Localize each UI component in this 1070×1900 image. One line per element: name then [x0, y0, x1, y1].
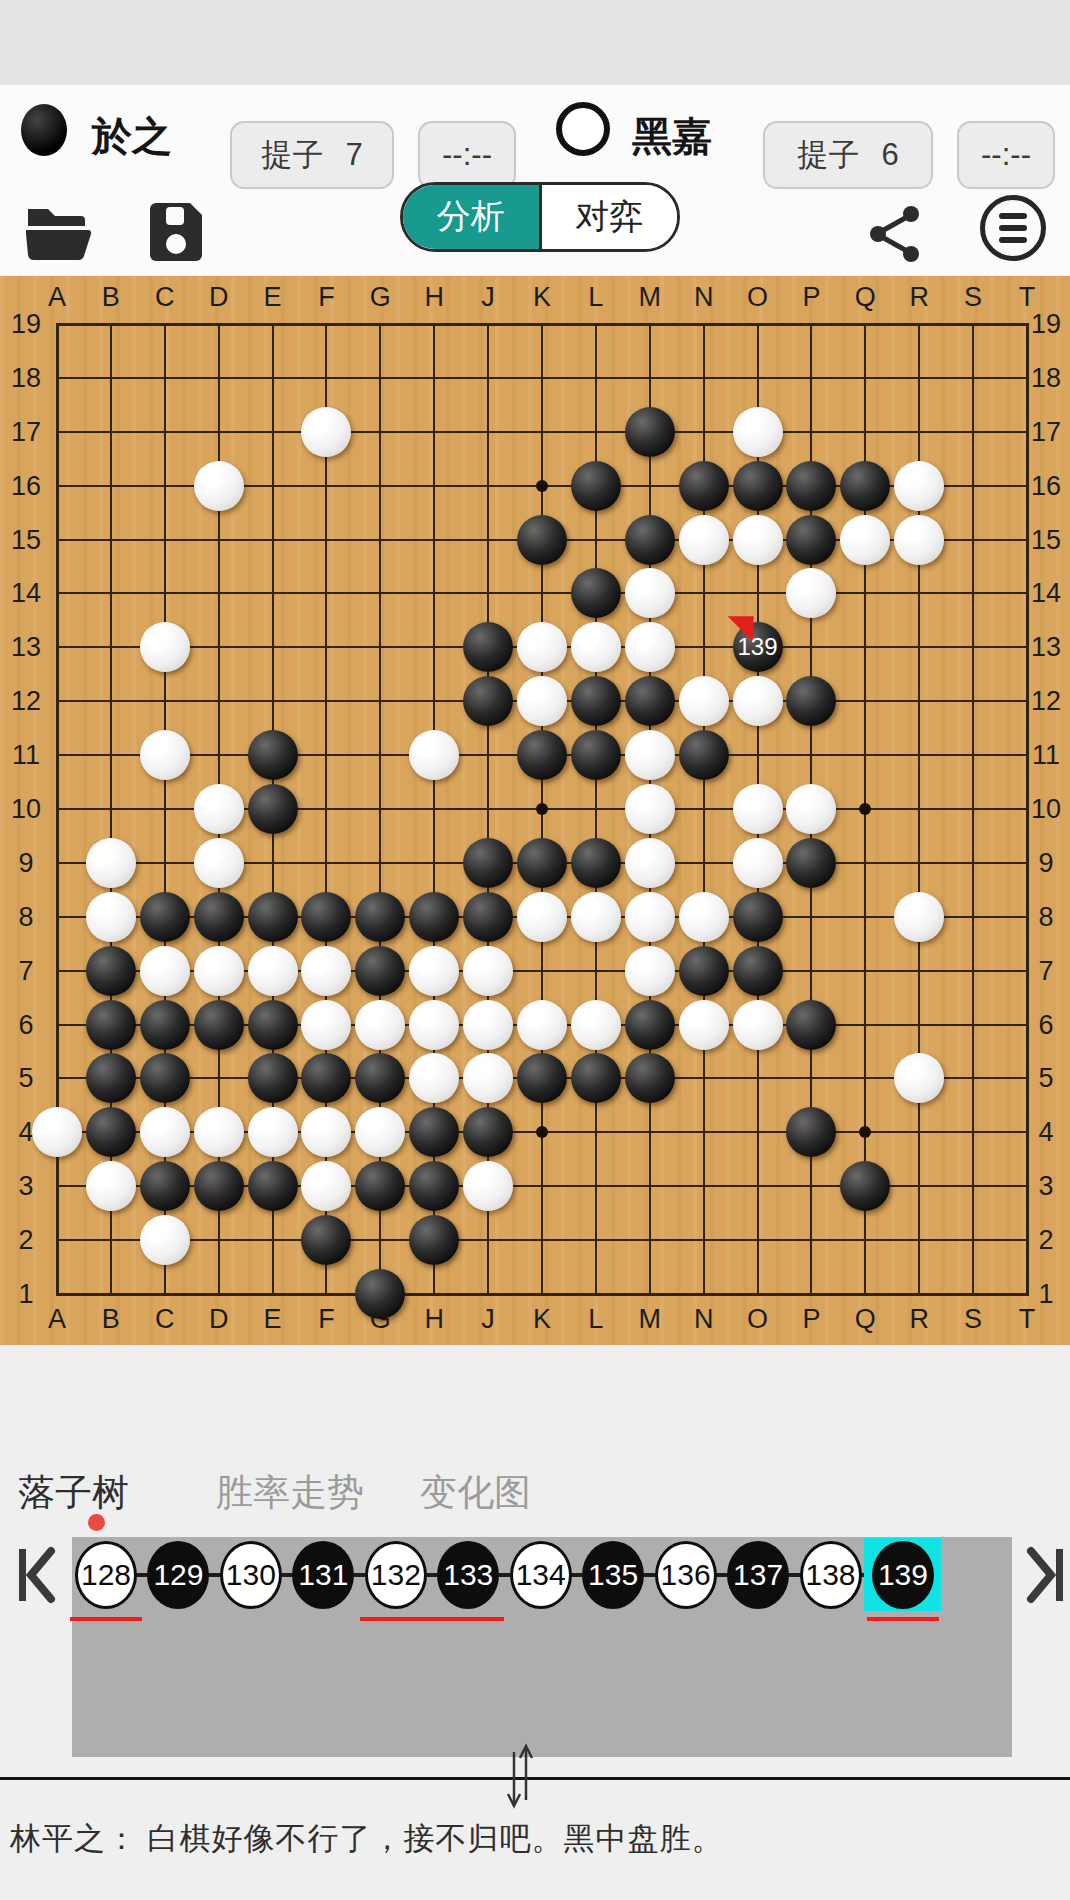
move-node-128[interactable]: 128: [75, 1541, 137, 1609]
board-stone-M14[interactable]: [625, 568, 675, 618]
board-row-label: 1: [4, 1279, 48, 1310]
star-point: [536, 803, 548, 815]
board-col-label: J: [466, 282, 510, 313]
move-node-136[interactable]: 136: [655, 1541, 717, 1609]
board-stone-P16[interactable]: [786, 461, 836, 511]
board-stone-L13[interactable]: [571, 622, 621, 672]
board-col-label: R: [897, 282, 941, 313]
board-stone-O10[interactable]: [733, 784, 783, 834]
board-stone-O8[interactable]: [733, 892, 783, 942]
board-row-label: 1: [1024, 1279, 1068, 1310]
board-stone-Q3[interactable]: [840, 1161, 890, 1211]
board-stone-A4[interactable]: [32, 1107, 82, 1157]
board-stone-L5[interactable]: [571, 1053, 621, 1103]
board-stone-E7[interactable]: [248, 946, 298, 996]
board-stone-H6[interactable]: [409, 1000, 459, 1050]
board-stone-P12[interactable]: [786, 676, 836, 726]
board-stone-B9[interactable]: [86, 838, 136, 888]
board-stone-M8[interactable]: [625, 892, 675, 942]
board-row-label: 19: [4, 309, 48, 340]
board-row-label: 10: [4, 794, 48, 825]
board-row-label: 13: [1024, 632, 1068, 663]
board-stone-Q15[interactable]: [840, 515, 890, 565]
mode-segmented-control: 分析 对弈: [400, 182, 680, 252]
go-board[interactable]: AABBCCDDEEFFGGHHJJKKLLMMNNOOPPQQRRSSTT19…: [0, 276, 1070, 1345]
board-row-label: 15: [4, 525, 48, 556]
board-stone-F4[interactable]: [301, 1107, 351, 1157]
share-icon[interactable]: [865, 203, 927, 265]
board-row-label: 9: [1024, 848, 1068, 879]
board-stone-M10[interactable]: [625, 784, 675, 834]
board-row-label: 2: [4, 1225, 48, 1256]
board-stone-D6[interactable]: [194, 1000, 244, 1050]
first-move-icon[interactable]: [17, 1545, 57, 1605]
board-stone-D16[interactable]: [194, 461, 244, 511]
white-captures-count: 6: [881, 137, 898, 173]
board-row-label: 12: [4, 686, 48, 717]
board-row-label: 18: [4, 363, 48, 394]
board-col-label: D: [197, 1304, 241, 1335]
board-row-label: 16: [4, 471, 48, 502]
board-stone-H4[interactable]: [409, 1107, 459, 1157]
move-annotation-underline: [432, 1617, 504, 1621]
board-col-label: Q: [843, 282, 887, 313]
resize-handle-icon[interactable]: [498, 1738, 542, 1816]
board-grid-line: [1026, 323, 1029, 1296]
tab-variation-diagram[interactable]: 变化图: [420, 1468, 531, 1518]
board-stone-P9[interactable]: [786, 838, 836, 888]
board-stone-K13[interactable]: [517, 622, 567, 672]
board-stone-J3[interactable]: [463, 1161, 513, 1211]
board-col-label: L: [574, 1304, 618, 1335]
move-node-135[interactable]: 135: [582, 1541, 644, 1609]
board-stone-O6[interactable]: [733, 1000, 783, 1050]
board-stone-C2[interactable]: [140, 1215, 190, 1265]
board-stone-B5[interactable]: [86, 1053, 136, 1103]
black-captures-button[interactable]: 提子 7: [230, 121, 394, 189]
board-stone-F2[interactable]: [301, 1215, 351, 1265]
board-stone-O12[interactable]: [733, 676, 783, 726]
board-col-label: Q: [843, 1304, 887, 1335]
board-row-label: 11: [4, 740, 48, 771]
board-stone-C3[interactable]: [140, 1161, 190, 1211]
board-stone-D10[interactable]: [194, 784, 244, 834]
board-stone-D8[interactable]: [194, 892, 244, 942]
status-bar: [0, 0, 1070, 85]
board-row-label: 12: [1024, 686, 1068, 717]
board-stone-O15[interactable]: [733, 515, 783, 565]
black-player-name: 於之: [92, 109, 172, 164]
board-stone-N6[interactable]: [679, 1000, 729, 1050]
board-col-label: B: [89, 1304, 133, 1335]
move-node-138[interactable]: 138: [800, 1541, 862, 1609]
board-stone-G4[interactable]: [355, 1107, 405, 1157]
board-stone-E8[interactable]: [248, 892, 298, 942]
board-stone-L8[interactable]: [571, 892, 621, 942]
board-stone-D9[interactable]: [194, 838, 244, 888]
board-col-label: J: [466, 1304, 510, 1335]
board-stone-D7[interactable]: [194, 946, 244, 996]
move-node-139[interactable]: 139: [872, 1541, 934, 1609]
board-stone-N7[interactable]: [679, 946, 729, 996]
black-player-stone-icon: [21, 104, 67, 156]
board-row-label: 10: [1024, 794, 1068, 825]
board-stone-N12[interactable]: [679, 676, 729, 726]
top-panel: 於之 提子 7 --:-- 黑嘉 提子 6 --:-- 分析 对弈: [0, 85, 1070, 276]
board-col-label: E: [251, 282, 295, 313]
board-row-label: 5: [4, 1063, 48, 1094]
board-stone-J8[interactable]: [463, 892, 513, 942]
board-stone-L6[interactable]: [571, 1000, 621, 1050]
move-node-130[interactable]: 130: [220, 1541, 282, 1609]
board-stone-B4[interactable]: [86, 1107, 136, 1157]
board-stone-H8[interactable]: [409, 892, 459, 942]
last-move-number: 139: [733, 622, 783, 672]
board-stone-M11[interactable]: [625, 730, 675, 780]
board-stone-J4[interactable]: [463, 1107, 513, 1157]
board-stone-B6[interactable]: [86, 1000, 136, 1050]
board-col-label: H: [412, 282, 456, 313]
board-stone-F17[interactable]: [301, 407, 351, 457]
board-stone-N11[interactable]: [679, 730, 729, 780]
board-stone-R5[interactable]: [894, 1053, 944, 1103]
board-col-label: M: [628, 1304, 672, 1335]
move-node-137[interactable]: 137: [727, 1541, 789, 1609]
move-node-133[interactable]: 133: [437, 1541, 499, 1609]
move-list: 128129130131132133134135136137138139: [0, 1537, 1070, 1757]
board-stone-O16[interactable]: [733, 461, 783, 511]
menu-icon[interactable]: [980, 195, 1046, 261]
board-stone-J12[interactable]: [463, 676, 513, 726]
board-stone-C7[interactable]: [140, 946, 190, 996]
tab-winrate-trend[interactable]: 胜率走势: [216, 1468, 364, 1518]
board-stone-C6[interactable]: [140, 1000, 190, 1050]
move-node-131[interactable]: 131: [292, 1541, 354, 1609]
board-stone-N8[interactable]: [679, 892, 729, 942]
board-col-label: E: [251, 1304, 295, 1335]
board-stone-F7[interactable]: [301, 946, 351, 996]
board-stone-H7[interactable]: [409, 946, 459, 996]
white-captures-button[interactable]: 提子 6: [763, 121, 933, 189]
board-stone-F6[interactable]: [301, 1000, 351, 1050]
board-stone-R16[interactable]: [894, 461, 944, 511]
board-col-label: M: [628, 282, 672, 313]
board-stone-J5[interactable]: [463, 1053, 513, 1103]
board-row-label: 8: [1024, 902, 1068, 933]
board-stone-R15[interactable]: [894, 515, 944, 565]
board-row-label: 16: [1024, 471, 1068, 502]
move-annotation-underline: [360, 1617, 432, 1621]
move-node-129[interactable]: 129: [147, 1541, 209, 1609]
board-row-label: 19: [1024, 309, 1068, 340]
board-stone-M17[interactable]: [625, 407, 675, 457]
tab-play[interactable]: 对弈: [539, 185, 678, 249]
board-stone-M7[interactable]: [625, 946, 675, 996]
move-node-134[interactable]: 134: [510, 1541, 572, 1609]
board-stone-E6[interactable]: [248, 1000, 298, 1050]
board-col-label: F: [304, 1304, 348, 1335]
board-stone-Q16[interactable]: [840, 461, 890, 511]
move-annotation-underline: [867, 1617, 939, 1621]
black-time-button[interactable]: --:--: [418, 121, 516, 189]
board-col-label: B: [89, 282, 133, 313]
board-stone-G1[interactable]: [355, 1269, 405, 1319]
board-col-label: N: [682, 1304, 726, 1335]
board-stone-N15[interactable]: [679, 515, 729, 565]
board-col-label: G: [358, 282, 402, 313]
board-stone-B3[interactable]: [86, 1161, 136, 1211]
board-stone-H3[interactable]: [409, 1161, 459, 1211]
board-stone-B8[interactable]: [86, 892, 136, 942]
white-captures-label: 提子: [797, 134, 859, 176]
board-stone-H11[interactable]: [409, 730, 459, 780]
board-stone-O17[interactable]: [733, 407, 783, 457]
board-grid-line: [972, 323, 974, 1296]
move-annotation-underline: [70, 1617, 142, 1621]
star-point: [536, 1126, 548, 1138]
board-stone-K15[interactable]: [517, 515, 567, 565]
board-col-label: R: [897, 1304, 941, 1335]
board-stone-K6[interactable]: [517, 1000, 567, 1050]
board-stone-G5[interactable]: [355, 1053, 405, 1103]
board-col-label: L: [574, 282, 618, 313]
chat-comment: 林平之： 白棋好像不行了，接不归吧。黑中盘胜。: [10, 1818, 1060, 1860]
board-col-label: K: [520, 282, 564, 313]
board-stone-K5[interactable]: [517, 1053, 567, 1103]
board-stone-C11[interactable]: [140, 730, 190, 780]
open-file-icon[interactable]: [24, 203, 92, 261]
board-grid-line: [56, 1239, 1029, 1241]
board-row-label: 3: [4, 1171, 48, 1202]
board-stone-F3[interactable]: [301, 1161, 351, 1211]
board-stone-P6[interactable]: [786, 1000, 836, 1050]
board-grid-line: [56, 1293, 1029, 1296]
board-row-label: 6: [4, 1010, 48, 1041]
board-stone-M13[interactable]: [625, 622, 675, 672]
board-row-label: 7: [4, 956, 48, 987]
board-stone-J6[interactable]: [463, 1000, 513, 1050]
board-row-label: 14: [4, 578, 48, 609]
black-captures-count: 7: [345, 137, 362, 173]
tab-move-tree[interactable]: 落子树: [18, 1468, 129, 1518]
go-app-screen: { "game": "go", "players": { "black": {"…: [0, 0, 1070, 1900]
board-stone-P14[interactable]: [786, 568, 836, 618]
board-stone-P10[interactable]: [786, 784, 836, 834]
board-col-label: S: [951, 282, 995, 313]
board-stone-J9[interactable]: [463, 838, 513, 888]
active-tab-dot: [88, 1514, 105, 1531]
star-point: [859, 1126, 871, 1138]
board-row-label: 4: [1024, 1117, 1068, 1148]
board-stone-L9[interactable]: [571, 838, 621, 888]
board-col-label: C: [143, 1304, 187, 1335]
tab-analysis[interactable]: 分析: [403, 185, 539, 249]
board-col-label: H: [412, 1304, 456, 1335]
star-point: [859, 803, 871, 815]
board-stone-K8[interactable]: [517, 892, 567, 942]
board-col-label: F: [304, 282, 348, 313]
board-row-label: 2: [1024, 1225, 1068, 1256]
board-stone-K11[interactable]: [517, 730, 567, 780]
board-stone-D4[interactable]: [194, 1107, 244, 1157]
board-stone-J7[interactable]: [463, 946, 513, 996]
board-row-label: 9: [4, 848, 48, 879]
board-stone-L11[interactable]: [571, 730, 621, 780]
board-stone-F5[interactable]: [301, 1053, 351, 1103]
board-col-label: C: [143, 282, 187, 313]
board-row-label: 5: [1024, 1063, 1068, 1094]
board-stone-L14[interactable]: [571, 568, 621, 618]
board-stone-E11[interactable]: [248, 730, 298, 780]
board-row-label: 17: [4, 417, 48, 448]
board-stone-D3[interactable]: [194, 1161, 244, 1211]
board-stone-H5[interactable]: [409, 1053, 459, 1103]
board-stone-H2[interactable]: [409, 1215, 459, 1265]
board-stone-G3[interactable]: [355, 1161, 405, 1211]
white-time-button[interactable]: --:--: [957, 121, 1055, 189]
board-col-label: N: [682, 282, 726, 313]
board-stone-O7[interactable]: [733, 946, 783, 996]
board-row-label: 7: [1024, 956, 1068, 987]
board-row-label: 13: [4, 632, 48, 663]
move-node-132[interactable]: 132: [365, 1541, 427, 1609]
star-point: [536, 480, 548, 492]
board-row-label: 8: [4, 902, 48, 933]
board-stone-C5[interactable]: [140, 1053, 190, 1103]
white-player-name: 黑嘉: [632, 109, 712, 164]
board-col-label: P: [789, 1304, 833, 1335]
board-col-label: S: [951, 1304, 995, 1335]
board-stone-G6[interactable]: [355, 1000, 405, 1050]
board-col-label: P: [789, 282, 833, 313]
board-stone-F8[interactable]: [301, 892, 351, 942]
board-stone-L12[interactable]: [571, 676, 621, 726]
last-move-icon[interactable]: [1025, 1545, 1065, 1605]
board-stone-M12[interactable]: [625, 676, 675, 726]
board-stone-E5[interactable]: [248, 1053, 298, 1103]
board-stone-M9[interactable]: [625, 838, 675, 888]
board-stone-O9[interactable]: [733, 838, 783, 888]
bottom-toolbar: P 关: [0, 1345, 1070, 1455]
board-stone-E3[interactable]: [248, 1161, 298, 1211]
board-stone-M5[interactable]: [625, 1053, 675, 1103]
board-col-label: D: [197, 282, 241, 313]
board-row-label: 14: [1024, 578, 1068, 609]
board-stone-L16[interactable]: [571, 461, 621, 511]
board-row-label: 18: [1024, 363, 1068, 394]
board-stone-E4[interactable]: [248, 1107, 298, 1157]
board-stone-R8[interactable]: [894, 892, 944, 942]
board-row-label: 3: [1024, 1171, 1068, 1202]
board-stone-M6[interactable]: [625, 1000, 675, 1050]
board-row-label: 15: [1024, 525, 1068, 556]
board-stone-N16[interactable]: [679, 461, 729, 511]
board-stone-B7[interactable]: [86, 946, 136, 996]
board-stone-C4[interactable]: [140, 1107, 190, 1157]
board-stone-G7[interactable]: [355, 946, 405, 996]
board-stone-P15[interactable]: [786, 515, 836, 565]
board-row-label: 17: [1024, 417, 1068, 448]
board-stone-C8[interactable]: [140, 892, 190, 942]
board-stone-J13[interactable]: [463, 622, 513, 672]
board-stone-G8[interactable]: [355, 892, 405, 942]
board-stone-K9[interactable]: [517, 838, 567, 888]
board-stone-P4[interactable]: [786, 1107, 836, 1157]
board-stone-E10[interactable]: [248, 784, 298, 834]
board-stone-C13[interactable]: [140, 622, 190, 672]
save-icon[interactable]: [146, 201, 206, 263]
board-col-label: O: [736, 282, 780, 313]
white-player-stone-icon: [556, 102, 610, 156]
board-stone-K12[interactable]: [517, 676, 567, 726]
black-captures-label: 提子: [261, 134, 323, 176]
board-col-label: K: [520, 1304, 564, 1335]
board-row-label: 6: [1024, 1010, 1068, 1041]
board-col-label: O: [736, 1304, 780, 1335]
board-stone-M15[interactable]: [625, 515, 675, 565]
board-row-label: 11: [1024, 740, 1068, 771]
